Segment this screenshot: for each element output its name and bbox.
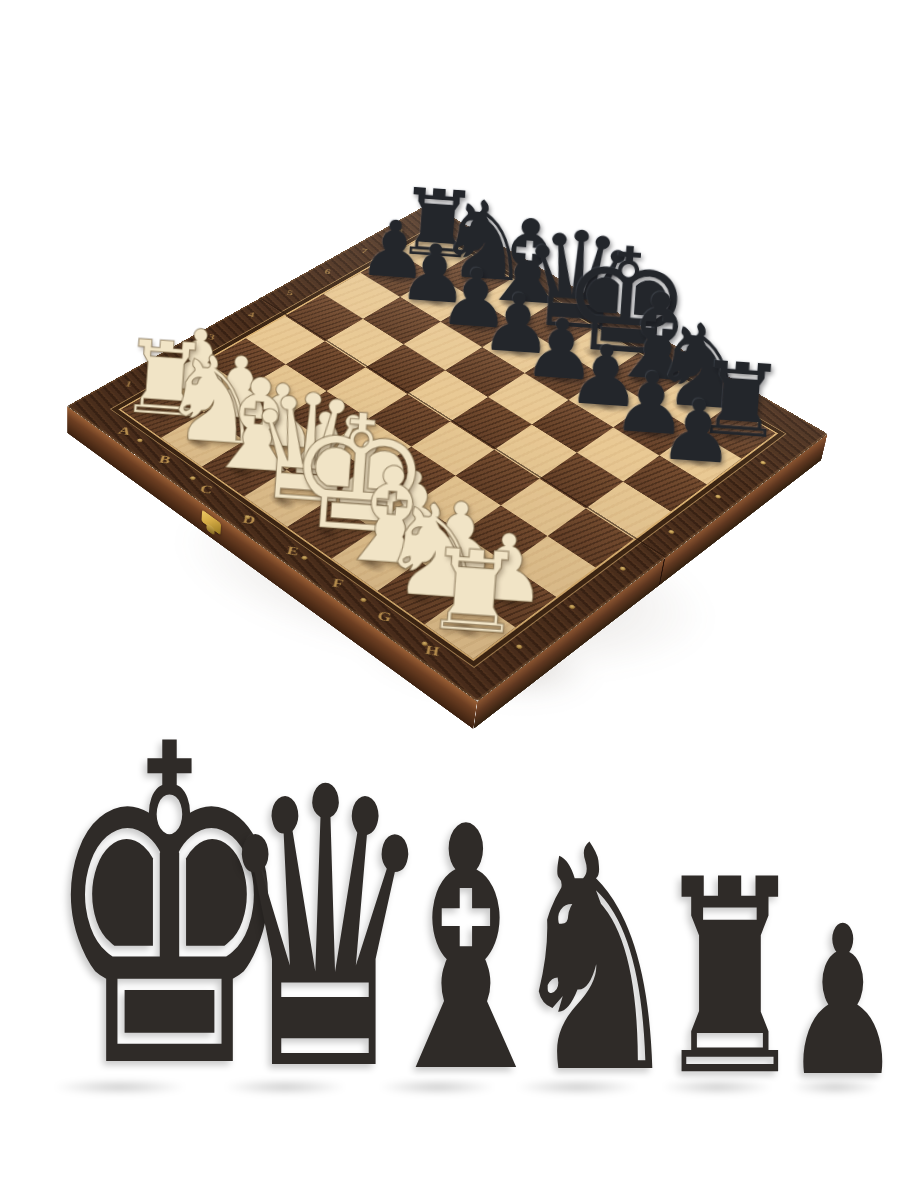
chess-board-scene: ♜♞♝♛♚♝♞♜♟♟♟♟♟♟♟♟♟♟♟♟♟♟♟♟♜♞♝♛♚♝♞♜ A B C D…	[11, 91, 890, 738]
lineup-item-pawn: ♟	[755, 920, 900, 1085]
black-pieces-lineup: ♚ ♛ ♝ ♞ ♜ ♟	[0, 700, 900, 1200]
black-pawn-icon: ♟	[657, 393, 721, 470]
black-king-icon: ♚	[43, 733, 197, 1085]
board-grid: ♜♞♝♛♚♝♞♜♟♟♟♟♟♟♟♟♟♟♟♟♟♟♟♟♜♞♝♛♚♝♞♜	[118, 231, 778, 661]
fold-seam-side	[659, 559, 665, 586]
black-pawn-icon: ♟	[784, 920, 886, 1085]
folding-chess-board: ♜♞♝♛♚♝♞♜♟♟♟♟♟♟♟♟♟♟♟♟♟♟♟♟♜♞♝♛♚♝♞♜ A B C D…	[67, 204, 827, 702]
white-rook-icon: ♜	[421, 541, 492, 640]
product-photo-page: ♜♞♝♛♚♝♞♜♟♟♟♟♟♟♟♟♟♟♟♟♟♟♟♟♜♞♝♛♚♝♞♜ A B C D…	[0, 0, 900, 1200]
